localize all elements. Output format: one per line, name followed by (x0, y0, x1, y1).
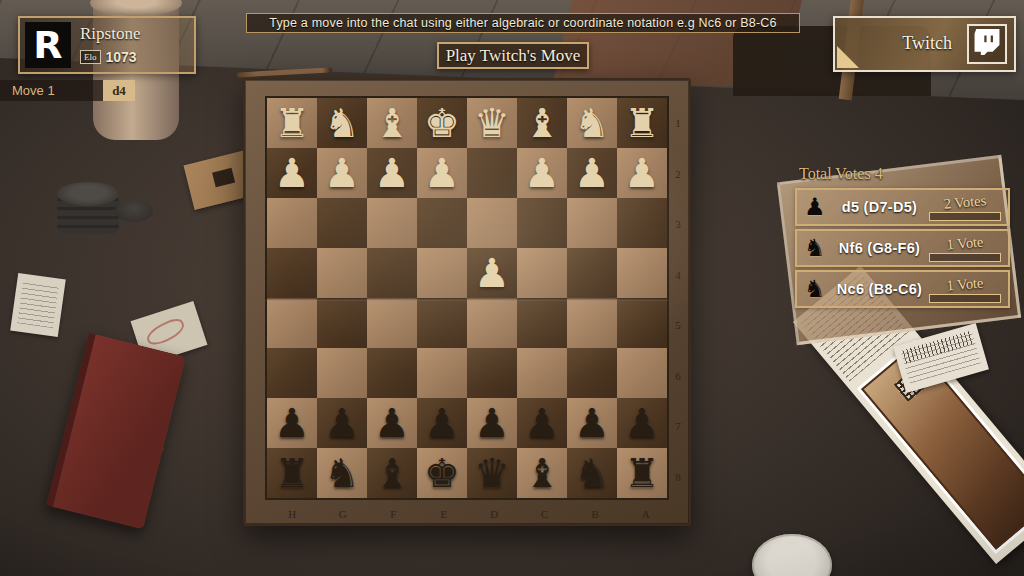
square-g1[interactable]: ♞ (317, 98, 367, 148)
white-queen[interactable]: ♛ (467, 98, 517, 148)
square-c7[interactable]: ♟ (517, 398, 567, 448)
twitch-logo-frame (967, 24, 1007, 64)
twitch-icon (974, 29, 1000, 59)
white-pawn[interactable]: ♟ (517, 148, 567, 198)
black-knight[interactable]: ♞ (567, 448, 617, 498)
receipt-paper (10, 273, 66, 337)
black-bishop[interactable]: ♝ (517, 448, 567, 498)
square-a1[interactable]: ♜ (617, 98, 667, 148)
square-c2[interactable]: ♟ (517, 148, 567, 198)
vote-move-text: d5 (D7-D5) (830, 199, 929, 215)
opponent-name: Twitch (902, 33, 952, 54)
white-rook[interactable]: ♜ (617, 98, 667, 148)
corner-accent (837, 46, 859, 68)
rank-label-3: 3 (671, 199, 685, 250)
square-h8[interactable]: ♜ (267, 448, 317, 498)
ripstone-logo-icon: R (25, 22, 71, 68)
square-b5[interactable] (567, 298, 617, 348)
black-pawn-icon: ♟ (804, 195, 830, 219)
elo-badge-icon: Elo (80, 50, 101, 64)
opponent-panel: Twitch (833, 16, 1016, 72)
move-number-label: Move 1 (12, 80, 55, 101)
rank-label-8: 8 (671, 452, 685, 503)
square-h6[interactable] (267, 348, 317, 398)
square-d8[interactable]: ♛ (467, 448, 517, 498)
file-label-B: B (570, 508, 621, 520)
vote-option-row[interactable]: ♟ d5 (D7-D5) 2 Votes (795, 188, 1010, 226)
square-d3[interactable] (467, 198, 517, 248)
square-b1[interactable]: ♞ (567, 98, 617, 148)
vote-move-text: Nf6 (G8-F6) (830, 240, 929, 256)
square-f1[interactable]: ♝ (367, 98, 417, 148)
square-c4[interactable] (517, 248, 567, 298)
square-e2[interactable]: ♟ (417, 148, 467, 198)
vote-move-text: Nc6 (B8-C6) (830, 281, 929, 297)
square-c3[interactable] (517, 198, 567, 248)
black-king[interactable]: ♚ (417, 448, 467, 498)
player-rating: Elo 1073 (80, 49, 137, 65)
square-a3[interactable] (617, 198, 667, 248)
black-knight-icon: ♞ (804, 277, 830, 301)
white-pawn[interactable]: ♟ (467, 248, 517, 298)
rank-label-2: 2 (671, 149, 685, 200)
square-d2[interactable] (467, 148, 517, 198)
rating-value: 1073 (106, 49, 137, 65)
player-name: Ripstone (80, 24, 140, 44)
square-g4[interactable] (317, 248, 367, 298)
square-g6[interactable] (317, 348, 367, 398)
vote-count: 1 Vote (928, 272, 1001, 295)
rank-label-6: 6 (671, 351, 685, 402)
white-knight[interactable]: ♞ (317, 98, 367, 148)
file-label-H: H (267, 508, 318, 520)
square-g8[interactable]: ♞ (317, 448, 367, 498)
game-screen: ♜♞♝♚♛♝♞♜♟♟♟♟♟♟♟♟♟♟♟♟♟♟♟♟♜♞♝♚♛♝♞♜ HGFEDCB… (0, 0, 1024, 576)
square-g7[interactable]: ♟ (317, 398, 367, 448)
player-panel: R Ripstone Elo 1073 (18, 16, 196, 74)
rank-labels: 12345678 (671, 98, 685, 502)
black-rook[interactable]: ♜ (617, 448, 667, 498)
square-f3[interactable] (367, 198, 417, 248)
square-h2[interactable]: ♟ (267, 148, 317, 198)
white-king[interactable]: ♚ (417, 98, 467, 148)
total-votes-title: Total Votes 4 (799, 165, 883, 183)
white-pawn[interactable]: ♟ (567, 148, 617, 198)
square-d1[interactable]: ♛ (467, 98, 517, 148)
square-a7[interactable]: ♟ (617, 398, 667, 448)
poker-chip (115, 200, 153, 222)
chat-instruction-bar: Type a move into the chat using either a… (246, 13, 800, 33)
square-a4[interactable] (617, 248, 667, 298)
rank-label-1: 1 (671, 98, 685, 149)
square-g5[interactable] (317, 298, 367, 348)
black-knight[interactable]: ♞ (317, 448, 367, 498)
square-e7[interactable]: ♟ (417, 398, 467, 448)
black-rook[interactable]: ♜ (267, 448, 317, 498)
square-g3[interactable] (317, 198, 367, 248)
file-label-G: G (318, 508, 369, 520)
file-label-E: E (419, 508, 470, 520)
square-h5[interactable] (267, 298, 317, 348)
square-f7[interactable]: ♟ (367, 398, 417, 448)
black-pawn[interactable]: ♟ (367, 398, 417, 448)
last-move-chip: d4 (103, 80, 135, 101)
square-b4[interactable] (567, 248, 617, 298)
rank-label-7: 7 (671, 401, 685, 452)
play-twitch-move-button[interactable]: Play Twitch's Move (437, 42, 589, 69)
white-rook[interactable]: ♜ (267, 98, 317, 148)
vote-option-row[interactable]: ♞ Nc6 (B8-C6) 1 Vote (795, 270, 1010, 308)
square-d7[interactable]: ♟ (467, 398, 517, 448)
black-pawn[interactable]: ♟ (317, 398, 367, 448)
vote-option-row[interactable]: ♞ Nf6 (G8-F6) 1 Vote (795, 229, 1010, 267)
square-e8[interactable]: ♚ (417, 448, 467, 498)
file-label-D: D (469, 508, 520, 520)
black-pawn[interactable]: ♟ (417, 398, 467, 448)
black-pawn[interactable]: ♟ (267, 398, 317, 448)
white-bishop[interactable]: ♝ (367, 98, 417, 148)
square-d5[interactable] (467, 298, 517, 348)
square-a2[interactable]: ♟ (617, 148, 667, 198)
square-a5[interactable] (617, 298, 667, 348)
rank-label-4: 4 (671, 250, 685, 301)
white-pawn[interactable]: ♟ (417, 148, 467, 198)
square-d6[interactable] (467, 348, 517, 398)
square-f8[interactable]: ♝ (367, 448, 417, 498)
square-f4[interactable] (367, 248, 417, 298)
square-e5[interactable] (417, 298, 467, 348)
board-fold-line (265, 298, 669, 301)
square-h3[interactable] (267, 198, 317, 248)
square-c5[interactable] (517, 298, 567, 348)
vote-count: 1 Vote (928, 231, 1001, 254)
square-h4[interactable] (267, 248, 317, 298)
white-pawn[interactable]: ♟ (317, 148, 367, 198)
square-b8[interactable]: ♞ (567, 448, 617, 498)
white-bishop[interactable]: ♝ (517, 98, 567, 148)
poker-chips-stack (57, 182, 119, 234)
square-b6[interactable] (567, 348, 617, 398)
move-indicator: Move 1 d4 (0, 80, 135, 101)
square-c6[interactable] (517, 348, 567, 398)
white-knight[interactable]: ♞ (567, 98, 617, 148)
square-g2[interactable]: ♟ (317, 148, 367, 198)
square-a8[interactable]: ♜ (617, 448, 667, 498)
square-e1[interactable]: ♚ (417, 98, 467, 148)
square-e4[interactable] (417, 248, 467, 298)
square-h7[interactable]: ♟ (267, 398, 317, 448)
square-f2[interactable]: ♟ (367, 148, 417, 198)
rank-label-5: 5 (671, 300, 685, 351)
vote-count: 2 Votes (928, 190, 1001, 213)
file-label-A: A (621, 508, 672, 520)
square-f5[interactable] (367, 298, 417, 348)
square-c1[interactable]: ♝ (517, 98, 567, 148)
square-b3[interactable] (567, 198, 617, 248)
square-e3[interactable] (417, 198, 467, 248)
square-f6[interactable] (367, 348, 417, 398)
black-pawn[interactable]: ♟ (617, 398, 667, 448)
square-h1[interactable]: ♜ (267, 98, 317, 148)
square-b2[interactable]: ♟ (567, 148, 617, 198)
file-label-F: F (368, 508, 419, 520)
black-pawn[interactable]: ♟ (517, 398, 567, 448)
square-a6[interactable] (617, 348, 667, 398)
white-pawn[interactable]: ♟ (617, 148, 667, 198)
black-bishop[interactable]: ♝ (367, 448, 417, 498)
white-pawn[interactable]: ♟ (367, 148, 417, 198)
black-knight-icon: ♞ (804, 236, 830, 260)
square-b7[interactable]: ♟ (567, 398, 617, 448)
square-c8[interactable]: ♝ (517, 448, 567, 498)
black-pawn[interactable]: ♟ (567, 398, 617, 448)
file-label-C: C (520, 508, 571, 520)
chess-board: ♜♞♝♚♛♝♞♜♟♟♟♟♟♟♟♟♟♟♟♟♟♟♟♟♜♞♝♚♛♝♞♜ HGFEDCB… (243, 78, 691, 526)
file-labels: HGFEDCBA (267, 508, 671, 520)
white-pawn[interactable]: ♟ (267, 148, 317, 198)
black-pawn[interactable]: ♟ (467, 398, 517, 448)
square-e6[interactable] (417, 348, 467, 398)
black-queen[interactable]: ♛ (467, 448, 517, 498)
square-d4[interactable]: ♟ (467, 248, 517, 298)
